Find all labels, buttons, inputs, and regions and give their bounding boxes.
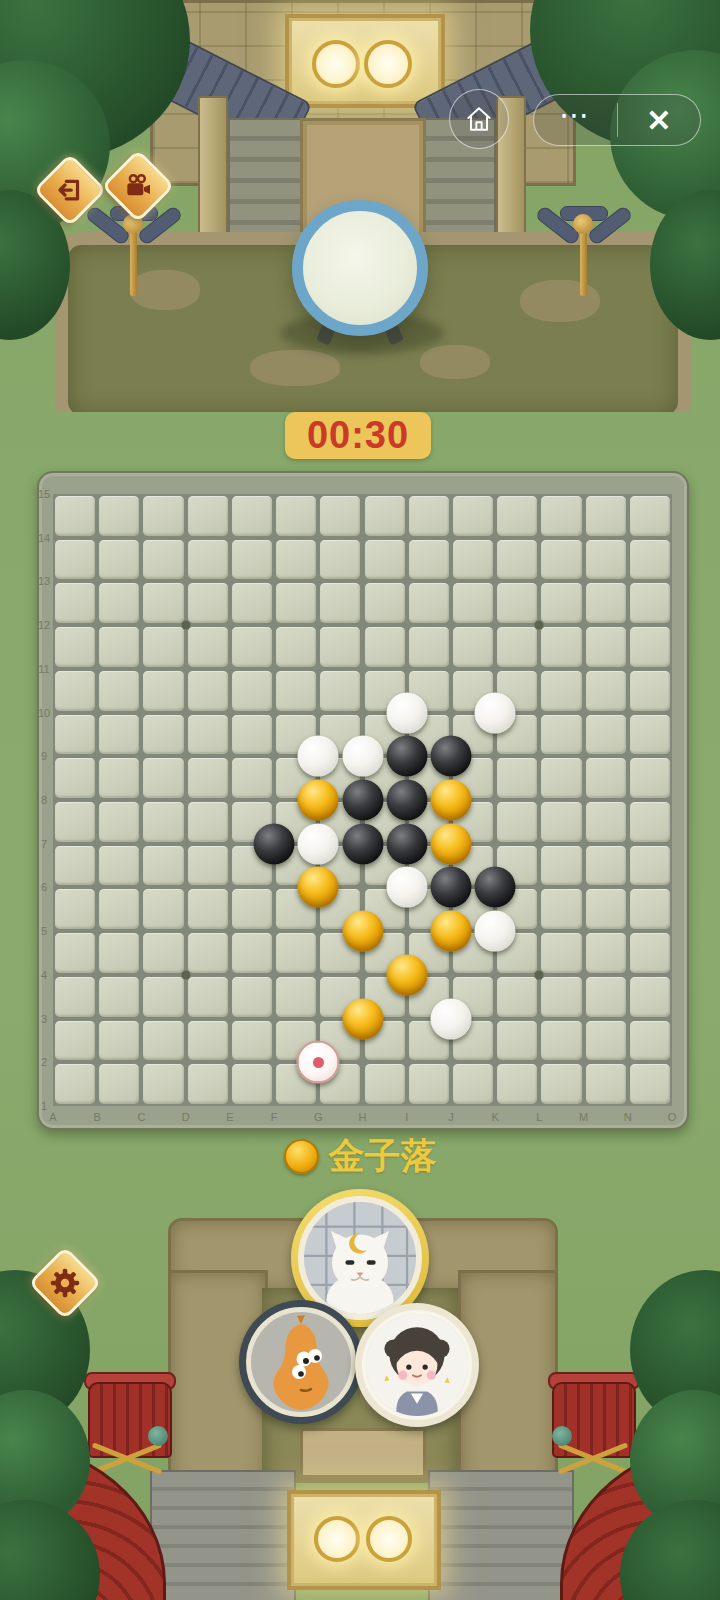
col-label: A: [49, 1111, 56, 1123]
board-tile[interactable]: [99, 889, 139, 929]
row-label: 11: [38, 663, 49, 675]
board-tile[interactable]: [232, 1021, 272, 1061]
board-tile[interactable]: [541, 627, 581, 667]
stone-K5-white: [475, 911, 516, 952]
board-tile[interactable]: [453, 1064, 493, 1104]
stone-J9-black: [430, 736, 471, 777]
stone-G6-gold: [298, 867, 339, 908]
board-tile[interactable]: [541, 671, 581, 711]
board-tile[interactable]: [497, 627, 537, 667]
roof-finial: [148, 1426, 168, 1446]
row-label: 14: [38, 532, 50, 544]
stone-I4-gold: [386, 954, 427, 995]
board-tile[interactable]: [541, 802, 581, 842]
board-tile[interactable]: [99, 1064, 139, 1104]
board-tile[interactable]: [232, 583, 272, 623]
board-tile[interactable]: [276, 671, 316, 711]
col-label: H: [359, 1111, 367, 1123]
row-label: 4: [41, 969, 47, 981]
board-tile[interactable]: [586, 671, 626, 711]
board-tile[interactable]: [232, 496, 272, 536]
board-tile[interactable]: [55, 933, 95, 973]
stone-H5-gold: [342, 911, 383, 952]
board-tile[interactable]: [188, 671, 228, 711]
board-tile[interactable]: [630, 1064, 670, 1104]
board-tile[interactable]: [143, 540, 183, 580]
exit-icon: [55, 175, 85, 205]
board-tile[interactable]: [409, 1064, 449, 1104]
board-tile[interactable]: [143, 802, 183, 842]
board-tile[interactable]: [453, 540, 493, 580]
board-tile[interactable]: [453, 583, 493, 623]
video-camera-icon: [122, 170, 154, 202]
star-point: [181, 970, 190, 979]
board-tile[interactable]: [188, 540, 228, 580]
board-tile[interactable]: [188, 583, 228, 623]
board-tile[interactable]: [586, 846, 626, 886]
board-tile[interactable]: [99, 715, 139, 755]
board-tile[interactable]: [232, 627, 272, 667]
stair-wall-left: [150, 1470, 296, 1600]
board-tile[interactable]: [188, 1064, 228, 1104]
board-tile[interactable]: [99, 540, 139, 580]
row-label: 9: [41, 750, 47, 762]
stone-F7-black: [254, 823, 295, 864]
roof-finial: [552, 1426, 572, 1446]
stone-H3-gold: [342, 998, 383, 1039]
board-tile[interactable]: [188, 889, 228, 929]
stone-G7-white: [298, 823, 339, 864]
board-tile[interactable]: [188, 758, 228, 798]
stone-patch: [420, 345, 490, 379]
game-screen: ⋯ ✕ 00:30 151413121110987654321ABCDEFGHI…: [0, 0, 720, 1600]
move-timer: 00:30: [285, 412, 431, 459]
timer-value: 00:30: [307, 414, 409, 457]
stone-I8-black: [386, 780, 427, 821]
board-tile[interactable]: [232, 715, 272, 755]
board-tile[interactable]: [55, 496, 95, 536]
board-tile[interactable]: [541, 1064, 581, 1104]
board-tile[interactable]: [541, 715, 581, 755]
stone-J5-gold: [430, 911, 471, 952]
col-label: N: [624, 1111, 632, 1123]
stone-K6-black: [475, 867, 516, 908]
board-tile[interactable]: [320, 496, 360, 536]
board-tile[interactable]: [630, 889, 670, 929]
board-tile[interactable]: [143, 1021, 183, 1061]
board-tile[interactable]: [99, 671, 139, 711]
stone-I6-white: [386, 867, 427, 908]
board-tile[interactable]: [453, 627, 493, 667]
col-label: O: [668, 1111, 677, 1123]
stone-J7-gold: [430, 823, 471, 864]
board-tile[interactable]: [188, 802, 228, 842]
board-tile[interactable]: [586, 802, 626, 842]
board-tile[interactable]: [55, 758, 95, 798]
board-tile[interactable]: [630, 671, 670, 711]
col-label: C: [137, 1111, 145, 1123]
board-tile[interactable]: [630, 802, 670, 842]
row-label: 7: [41, 838, 47, 850]
board-tile[interactable]: [541, 758, 581, 798]
stone-J8-gold: [430, 780, 471, 821]
board-tile[interactable]: [143, 583, 183, 623]
board-tile[interactable]: [630, 540, 670, 580]
board-tile[interactable]: [320, 583, 360, 623]
board-tile[interactable]: [99, 496, 139, 536]
board-grid: 151413121110987654321ABCDEFGHIJKLMNO: [53, 494, 672, 1106]
board-tile[interactable]: [143, 496, 183, 536]
board-tile[interactable]: [541, 583, 581, 623]
board-tile[interactable]: [143, 627, 183, 667]
board-tile[interactable]: [55, 977, 95, 1017]
stone-H7-black: [342, 823, 383, 864]
board-tile[interactable]: [55, 540, 95, 580]
board-tile[interactable]: [541, 496, 581, 536]
board-tile[interactable]: [630, 846, 670, 886]
board-tile[interactable]: [630, 627, 670, 667]
home-button[interactable]: [449, 89, 509, 149]
board-tile[interactable]: [630, 715, 670, 755]
board-tile[interactable]: [497, 583, 537, 623]
board-tile[interactable]: [55, 1021, 95, 1061]
stone-G8-gold: [298, 780, 339, 821]
row-label: 5: [41, 925, 47, 937]
board-tile[interactable]: [365, 583, 405, 623]
board-tile[interactable]: [188, 496, 228, 536]
board-tile[interactable]: [99, 583, 139, 623]
row-label: 6: [41, 881, 47, 893]
board-tile[interactable]: [497, 802, 537, 842]
board-tile[interactable]: [232, 1064, 272, 1104]
system-pill: ⋯ ✕: [533, 94, 701, 146]
board-tile[interactable]: [99, 846, 139, 886]
board-tile[interactable]: [143, 846, 183, 886]
board-tile[interactable]: [497, 540, 537, 580]
gear-icon: [48, 1266, 82, 1300]
gate-light-left: [314, 1516, 360, 1562]
stone-K10-white: [475, 692, 516, 733]
board-tile[interactable]: [541, 1021, 581, 1061]
stone-J6-black: [430, 867, 471, 908]
board-tile[interactable]: [320, 627, 360, 667]
row-label: 1: [41, 1100, 47, 1112]
board-tile[interactable]: [541, 889, 581, 929]
board-tile[interactable]: [497, 496, 537, 536]
player-black-avatar[interactable]: [239, 1300, 363, 1424]
board-tile[interactable]: [143, 715, 183, 755]
turn-label: 金子落: [329, 1132, 437, 1181]
board-tile[interactable]: [497, 1021, 537, 1061]
board-tile[interactable]: [541, 977, 581, 1017]
board-tile[interactable]: [99, 627, 139, 667]
stone-J3-white: [430, 998, 471, 1039]
star-point: [181, 621, 190, 630]
board-tile[interactable]: [586, 583, 626, 623]
board-tile[interactable]: [99, 1021, 139, 1061]
rack-left: [80, 200, 190, 330]
board-tile[interactable]: [143, 1064, 183, 1104]
board-tile[interactable]: [232, 977, 272, 1017]
board-tile[interactable]: [586, 627, 626, 667]
board-tile[interactable]: [630, 1021, 670, 1061]
col-label: I: [405, 1111, 408, 1123]
col-label: F: [271, 1111, 278, 1123]
board-tile[interactable]: [55, 846, 95, 886]
gate-light-right: [366, 1516, 412, 1562]
board-tile[interactable]: [99, 933, 139, 973]
close-button[interactable]: ✕: [618, 103, 701, 138]
gold-stone-icon: [284, 1139, 319, 1174]
board-tile[interactable]: [365, 627, 405, 667]
board-tile[interactable]: [365, 496, 405, 536]
board-tile[interactable]: [99, 758, 139, 798]
board-tile[interactable]: [55, 889, 95, 929]
stone-patch: [250, 350, 340, 386]
board-tile[interactable]: [55, 802, 95, 842]
board-tile[interactable]: [365, 540, 405, 580]
board-tile[interactable]: [586, 977, 626, 1017]
board-tile[interactable]: [276, 627, 316, 667]
row-label: 8: [41, 794, 47, 806]
star-point: [535, 621, 544, 630]
board-tile[interactable]: [143, 758, 183, 798]
board-tile[interactable]: [586, 933, 626, 973]
board-tile[interactable]: [497, 977, 537, 1017]
board-tile[interactable]: [497, 1064, 537, 1104]
board-tile[interactable]: [55, 1064, 95, 1104]
board-tile[interactable]: [276, 933, 316, 973]
board-tile[interactable]: [232, 671, 272, 711]
col-label: J: [448, 1111, 454, 1123]
col-label: G: [314, 1111, 323, 1123]
board-tile[interactable]: [143, 977, 183, 1017]
col-label: K: [491, 1111, 498, 1123]
board-tile[interactable]: [630, 496, 670, 536]
board-tile[interactable]: [586, 715, 626, 755]
col-label: D: [182, 1111, 190, 1123]
star-point: [535, 970, 544, 979]
stair-wall-right: [428, 1470, 574, 1600]
door-light-left: [312, 40, 360, 88]
board-tile[interactable]: [409, 540, 449, 580]
col-label: E: [226, 1111, 233, 1123]
board-tile[interactable]: [586, 1064, 626, 1104]
board-tile[interactable]: [55, 627, 95, 667]
door-light-right: [364, 40, 412, 88]
rack-right: [530, 200, 640, 330]
row-label: 12: [38, 619, 50, 631]
turn-indicator: 金子落: [0, 1132, 720, 1181]
board-tile[interactable]: [188, 977, 228, 1017]
board-tile[interactable]: [586, 1021, 626, 1061]
board-tile[interactable]: [188, 846, 228, 886]
board-tile[interactable]: [276, 540, 316, 580]
board-tile[interactable]: [232, 933, 272, 973]
row-label: 10: [38, 707, 50, 719]
stone-G2-white: [297, 1041, 340, 1084]
board-tile[interactable]: [55, 583, 95, 623]
board-tile[interactable]: [630, 758, 670, 798]
gourd-avatar: [246, 1307, 356, 1417]
board-tile[interactable]: [188, 1021, 228, 1061]
board-tile[interactable]: [409, 627, 449, 667]
temple-scenery-top: [0, 0, 720, 412]
board-tile[interactable]: [276, 977, 316, 1017]
col-label: M: [579, 1111, 588, 1123]
board-tile[interactable]: [143, 671, 183, 711]
more-button[interactable]: ⋯: [534, 105, 617, 135]
board-tile[interactable]: [541, 540, 581, 580]
board-tile[interactable]: [99, 802, 139, 842]
stone-H8-black: [342, 780, 383, 821]
stone-I9-black: [386, 736, 427, 777]
board-tile[interactable]: [143, 889, 183, 929]
board-tile[interactable]: [586, 496, 626, 536]
row-label: 3: [41, 1013, 47, 1025]
board-tile[interactable]: [497, 758, 537, 798]
board-tile[interactable]: [630, 933, 670, 973]
row-label: 2: [41, 1056, 47, 1068]
stone-I7-black: [386, 823, 427, 864]
board-tile[interactable]: [320, 540, 360, 580]
gate-panel: [287, 1490, 441, 1590]
board-tile[interactable]: [276, 583, 316, 623]
board-tile[interactable]: [365, 1064, 405, 1104]
stone-H9-white: [342, 736, 383, 777]
board-tile[interactable]: [541, 933, 581, 973]
more-icon: ⋯: [559, 105, 591, 135]
board-tile[interactable]: [276, 496, 316, 536]
col-label: B: [94, 1111, 101, 1123]
board-tile[interactable]: [586, 889, 626, 929]
board-tile[interactable]: [232, 889, 272, 929]
col-label: L: [536, 1111, 542, 1123]
home-icon: [464, 104, 494, 134]
carved-lintel: [300, 1428, 426, 1478]
board-tile[interactable]: [630, 977, 670, 1017]
gomoku-board: 151413121110987654321ABCDEFGHIJKLMNO: [37, 471, 689, 1130]
round-table: [292, 200, 428, 336]
board-tile[interactable]: [409, 583, 449, 623]
stone-G9-white: [298, 736, 339, 777]
board-tile[interactable]: [630, 583, 670, 623]
row-label: 13: [38, 575, 50, 587]
board-tile[interactable]: [55, 671, 95, 711]
player-white-avatar[interactable]: [355, 1303, 479, 1427]
board-tile[interactable]: [232, 540, 272, 580]
board-tile[interactable]: [55, 715, 95, 755]
board-tile[interactable]: [188, 933, 228, 973]
close-icon: ✕: [646, 103, 671, 138]
board-tile[interactable]: [586, 540, 626, 580]
board-tile[interactable]: [586, 758, 626, 798]
board-tile[interactable]: [143, 933, 183, 973]
board-tile[interactable]: [320, 671, 360, 711]
board-tile[interactable]: [409, 496, 449, 536]
board-tile[interactable]: [453, 496, 493, 536]
girl-avatar: [362, 1310, 472, 1420]
board-tile[interactable]: [188, 627, 228, 667]
board-tile[interactable]: [541, 846, 581, 886]
board-tile[interactable]: [99, 977, 139, 1017]
stone-I10-white: [386, 692, 427, 733]
board-tile[interactable]: [188, 715, 228, 755]
row-label: 15: [38, 488, 50, 500]
board-tile[interactable]: [232, 758, 272, 798]
